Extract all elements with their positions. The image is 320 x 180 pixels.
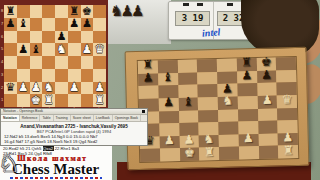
square-e1: [219, 147, 239, 160]
black-pawn: ♟: [69, 18, 79, 30]
square-g6[interactable]: [81, 31, 94, 44]
square-d6[interactable]: [42, 31, 55, 44]
white-knight: ♞: [56, 44, 66, 56]
square-a5[interactable]: [4, 43, 17, 56]
black-pawn: ♟: [163, 96, 174, 108]
white-queen: ♛: [94, 44, 104, 56]
close-icon[interactable]: [142, 110, 145, 113]
square-e8: [217, 59, 237, 72]
square-g8[interactable]: ♚: [81, 5, 94, 18]
square-b1: [160, 148, 180, 161]
square-h5: ♛: [277, 95, 297, 108]
square-g2[interactable]: [81, 82, 94, 95]
white-pawn: ♟: [282, 131, 293, 143]
square-b5: ♟: [158, 98, 178, 111]
square-f1: [239, 146, 259, 159]
square-g7[interactable]: ♟: [81, 18, 94, 31]
square-e3[interactable]: [55, 69, 68, 82]
square-c8[interactable]: [30, 5, 43, 18]
tab-score-sheet[interactable]: Score sheet: [71, 115, 94, 121]
black-pawn: ♟: [5, 18, 15, 30]
square-b5[interactable]: ♟: [17, 43, 30, 56]
square-e5: ♞: [218, 96, 238, 109]
branding-band: 20.Rxd2 h5 21.Qxh5 Qxa2 22.Rhe1 Ba323.Rd…: [0, 146, 112, 180]
square-f6: [237, 83, 257, 96]
white-pawn: ♟: [184, 134, 195, 146]
square-d1: ♜: [199, 147, 219, 160]
square-c8: [177, 59, 197, 72]
square-a7: ♟: [138, 73, 158, 86]
square-d7: [197, 72, 217, 85]
move-line[interactable]: 16.g4 Nd7 17.g5 Nxe5 18.Nxe5 Ne3 19.Qg4 …: [1, 139, 147, 144]
white-rook: ♜: [43, 95, 53, 107]
black-bishop: ♝: [31, 44, 41, 56]
square-d2[interactable]: ♞: [42, 82, 55, 95]
square-e6[interactable]: ♟: [55, 31, 68, 44]
square-d4[interactable]: [42, 56, 55, 69]
square-h3[interactable]: [93, 69, 106, 82]
square-b7: ♝: [158, 73, 178, 86]
white-pawn: ♟: [164, 134, 175, 146]
square-b2: ♟: [159, 136, 179, 149]
square-a6: [138, 86, 158, 99]
square-b6[interactable]: [17, 31, 30, 44]
square-c5: ♝: [178, 97, 198, 110]
square-d3[interactable]: [42, 69, 55, 82]
square-h4: [277, 108, 297, 121]
tab-bar: NotationReferenceTableTrainingScore shee…: [1, 115, 147, 122]
square-b3[interactable]: [17, 69, 30, 82]
square-d4: [198, 109, 218, 122]
square-f5: [237, 96, 257, 109]
show-title: Chess Master: [12, 161, 99, 178]
black-king: ♚: [261, 56, 272, 68]
black-pawn: ♟: [18, 44, 28, 56]
window-title: Notation - Openings Book: [3, 109, 43, 114]
white-knight: ♞: [203, 133, 214, 145]
black-rook: ♜: [69, 6, 79, 18]
square-g2: [258, 133, 278, 146]
table-surface: ♞♟♟: [105, 0, 171, 44]
black-pawn: ♟: [56, 31, 66, 43]
square-d5[interactable]: [42, 43, 55, 56]
white-rook: ♜: [204, 146, 215, 158]
square-d5: [198, 97, 218, 110]
white-king: ♚: [31, 95, 41, 107]
tab-training[interactable]: Training: [54, 115, 71, 121]
square-h6[interactable]: [93, 31, 106, 44]
square-f7[interactable]: ♟: [68, 18, 81, 31]
square-d8: [197, 59, 217, 72]
square-a8[interactable]: ♜: [4, 5, 17, 18]
square-g4: [258, 108, 278, 121]
square-c3[interactable]: [30, 69, 43, 82]
clock-left-display: 3 19: [175, 11, 210, 26]
square-e2: [219, 134, 239, 147]
black-bishop: ♝: [18, 18, 28, 30]
square-a7[interactable]: ♟: [4, 18, 17, 31]
live-board-photo: ♞♟♟ 3 19 2 32 intel ♜♜♚♟♝♟♟♟♟♝♞♟♛♛♟♟♞♟♟♚…: [105, 0, 320, 180]
chess-diagram: 87654321 ♜♜♚♟♝♟♟♟♟♝♞♟♛♛♟♟♞♟♟♚♜♜ abcdefgh: [0, 0, 108, 112]
square-g3: [258, 121, 278, 134]
square-f7: ♟: [237, 71, 257, 84]
square-f2: ♟: [238, 134, 258, 147]
black-pawn: ♟: [222, 82, 233, 94]
black-bishop: ♝: [183, 96, 194, 108]
square-f8[interactable]: ♜: [68, 5, 81, 18]
square-h8: [276, 57, 296, 70]
square-a6[interactable]: [4, 31, 17, 44]
square-c4: [179, 110, 199, 123]
square-e5[interactable]: ♞: [55, 43, 68, 56]
black-pawn: ♟: [261, 69, 272, 81]
white-rook: ♜: [283, 144, 294, 156]
square-g7: ♟: [257, 70, 277, 83]
square-b4: [159, 110, 179, 123]
square-g5: ♟: [257, 95, 277, 108]
square-g3[interactable]: [81, 69, 94, 82]
square-a3[interactable]: [4, 69, 17, 82]
intel-logo: intel: [202, 26, 221, 39]
black-pawn: ♟: [241, 69, 252, 81]
black-bishop: ♝: [162, 71, 173, 83]
white-knight: ♞: [222, 95, 233, 107]
square-f4: [238, 109, 258, 122]
black-king: ♚: [82, 6, 92, 18]
video-frame: ♞♟♟ 3 19 2 32 intel ♜♜♚♟♝♟♟♟♟♝♞♟♛♛♟♟♞♟♟♚…: [0, 0, 320, 180]
square-e4: [218, 109, 238, 122]
square-f2[interactable]: ♟: [68, 82, 81, 95]
square-b4[interactable]: [17, 56, 30, 69]
square-g1: [258, 146, 278, 159]
black-pawn: ♟: [82, 18, 92, 30]
square-e7[interactable]: [55, 18, 68, 31]
white-queen: ♛: [281, 93, 292, 105]
tab-table[interactable]: Table: [40, 115, 53, 121]
square-f5[interactable]: [68, 43, 81, 56]
clock-button-icon: [227, 3, 233, 6]
square-b2[interactable]: ♟: [17, 82, 30, 95]
white-pawn: ♟: [243, 132, 254, 144]
square-a1: [140, 149, 160, 162]
wooden-chessboard: ♜♜♚♟♝♟♟♟♟♝♞♟♛♛♟♟♞♟♟♚♜♜: [125, 47, 310, 170]
square-g4[interactable]: [81, 56, 94, 69]
tab-livebook[interactable]: LiveBook: [94, 115, 113, 121]
white-pawn: ♟: [69, 82, 79, 94]
white-pawn: ♟: [31, 82, 41, 94]
square-c7[interactable]: [30, 18, 43, 31]
square-h8[interactable]: [93, 5, 106, 18]
black-rook: ♜: [5, 6, 15, 18]
move-list: 12.Nd2 b5 13.dxe5 Bxe5 14.Ng3 0-0 15.0-0…: [1, 134, 147, 144]
decorative-strip: [10, 177, 102, 179]
square-e2[interactable]: [55, 82, 68, 95]
square-e8[interactable]: [55, 5, 68, 18]
black-rook: ♜: [142, 59, 153, 71]
square-h7: [276, 70, 296, 83]
moves-text[interactable]: 16.g4 Nd7 17.g5 Nxe5 18.Nxe5 Ne3 19.Qg4 …: [4, 139, 97, 144]
square-a2[interactable]: ♛: [4, 82, 17, 95]
square-b8[interactable]: [17, 5, 30, 18]
white-pawn: ♟: [18, 82, 28, 94]
white-rook: ♜: [94, 95, 104, 107]
square-b7[interactable]: ♝: [17, 18, 30, 31]
square-d8[interactable]: [42, 5, 55, 18]
white-pawn: ♟: [94, 82, 104, 94]
square-a4[interactable]: [4, 56, 17, 69]
square-c6[interactable]: [30, 31, 43, 44]
square-d7[interactable]: [42, 18, 55, 31]
white-pawn: ♟: [82, 44, 92, 56]
black-queen: ♛: [5, 82, 15, 94]
square-h5[interactable]: ♛: [93, 43, 106, 56]
knight-logo-icon: ♘: [0, 152, 20, 176]
square-f6[interactable]: [68, 31, 81, 44]
white-knight: ♞: [43, 82, 53, 94]
square-c4[interactable]: [30, 56, 43, 69]
players-header: Anand,Viswanathan 2725 - Ivanchuk,Vassil…: [1, 124, 147, 129]
square-c5[interactable]: ♝: [30, 43, 43, 56]
square-f4[interactable]: [68, 56, 81, 69]
clock-button-icon: [197, 3, 203, 6]
tab-notation[interactable]: Notation: [1, 115, 20, 121]
diagram-board: ♜♜♚♟♝♟♟♟♟♝♞♟♛♛♟♟♞♟♟♚♜♜: [4, 5, 106, 107]
clock-button-icon: [183, 3, 189, 6]
square-f3[interactable]: [68, 69, 81, 82]
square-g5[interactable]: ♟: [81, 43, 94, 56]
square-e4[interactable]: [55, 56, 68, 69]
black-rook: ♜: [241, 56, 252, 68]
white-king: ♚: [184, 146, 195, 158]
moves-text[interactable]: 22.Rhe1 Ba3: [54, 146, 80, 151]
square-h7[interactable]: [93, 18, 106, 31]
window-titlebar[interactable]: Notation - Openings Book: [1, 109, 147, 115]
square-e3: [218, 122, 238, 135]
wooden-board-grid: ♜♜♚♟♝♟♟♟♟♝♞♟♛♛♟♟♞♟♟♚♜♜: [137, 56, 299, 163]
tab-reference[interactable]: Reference: [20, 115, 41, 121]
square-h4[interactable]: [93, 56, 106, 69]
white-pawn: ♟: [262, 94, 273, 106]
black-pawn: ♟: [143, 71, 154, 83]
square-d6: [198, 84, 218, 97]
square-c1: ♚: [179, 148, 199, 161]
square-c7: [178, 72, 198, 85]
square-h2[interactable]: ♟: [93, 82, 106, 95]
captured-pieces-tray: ♞♟♟: [110, 2, 141, 20]
square-h1: ♜: [278, 145, 298, 158]
tab-openings-book[interactable]: Openings Book: [113, 115, 141, 121]
square-c2[interactable]: ♟: [30, 82, 43, 95]
notation-window: Notation - Openings Book NotationReferen…: [0, 108, 148, 146]
